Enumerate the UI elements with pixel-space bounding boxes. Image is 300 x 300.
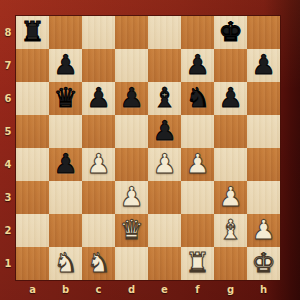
piece-black-queen[interactable]: ♛ [49, 82, 82, 115]
piece-white-king[interactable]: ♚ [247, 247, 280, 280]
square-a8[interactable]: ♜ [16, 16, 49, 49]
piece-white-bishop[interactable]: ♝ [214, 214, 247, 247]
square-f2[interactable] [181, 214, 214, 247]
square-e7[interactable] [148, 49, 181, 82]
square-g6[interactable]: ♟ [214, 82, 247, 115]
square-d3[interactable]: ♟ [115, 181, 148, 214]
square-d7[interactable] [115, 49, 148, 82]
square-b5[interactable] [49, 115, 82, 148]
piece-white-knight[interactable]: ♞ [82, 247, 115, 280]
square-h5[interactable] [247, 115, 280, 148]
square-b1[interactable]: ♞ [49, 247, 82, 280]
rank-label-1: 1 [0, 247, 16, 280]
square-e6[interactable]: ♝ [148, 82, 181, 115]
square-a6[interactable] [16, 82, 49, 115]
square-h1[interactable]: ♚ [247, 247, 280, 280]
square-b8[interactable] [49, 16, 82, 49]
piece-white-pawn[interactable]: ♟ [115, 181, 148, 214]
piece-white-rook[interactable]: ♜ [181, 247, 214, 280]
piece-black-pawn[interactable]: ♟ [49, 148, 82, 181]
square-g5[interactable] [214, 115, 247, 148]
square-b4[interactable]: ♟ [49, 148, 82, 181]
piece-black-bishop[interactable]: ♝ [148, 82, 181, 115]
square-d4[interactable] [115, 148, 148, 181]
file-label-f: f [181, 281, 214, 300]
piece-black-pawn[interactable]: ♟ [247, 49, 280, 82]
square-f3[interactable] [181, 181, 214, 214]
square-g3[interactable]: ♟ [214, 181, 247, 214]
rank-label-6: 6 [0, 82, 16, 115]
piece-white-pawn[interactable]: ♟ [247, 214, 280, 247]
square-f8[interactable] [181, 16, 214, 49]
square-c1[interactable]: ♞ [82, 247, 115, 280]
square-e5[interactable]: ♟ [148, 115, 181, 148]
square-c6[interactable]: ♟ [82, 82, 115, 115]
rank-label-2: 2 [0, 214, 16, 247]
square-b3[interactable] [49, 181, 82, 214]
square-g4[interactable] [214, 148, 247, 181]
file-label-g: g [214, 281, 247, 300]
chessboard-frame: ♜♚♟♟♟♛♟♟♝♞♟♟♟♟♟♟♟♟♛♝♟♞♞♜♚ 87654321 abcde… [0, 0, 300, 300]
piece-black-rook[interactable]: ♜ [16, 16, 49, 49]
piece-white-pawn[interactable]: ♟ [214, 181, 247, 214]
square-h4[interactable] [247, 148, 280, 181]
square-e1[interactable] [148, 247, 181, 280]
square-e4[interactable]: ♟ [148, 148, 181, 181]
square-a5[interactable] [16, 115, 49, 148]
square-c2[interactable] [82, 214, 115, 247]
rank-label-7: 7 [0, 49, 16, 82]
square-h6[interactable] [247, 82, 280, 115]
square-d8[interactable] [115, 16, 148, 49]
square-e3[interactable] [148, 181, 181, 214]
square-g7[interactable] [214, 49, 247, 82]
square-g1[interactable] [214, 247, 247, 280]
file-label-a: a [16, 281, 49, 300]
file-label-h: h [247, 281, 280, 300]
square-f5[interactable] [181, 115, 214, 148]
piece-black-pawn[interactable]: ♟ [82, 82, 115, 115]
square-e8[interactable] [148, 16, 181, 49]
square-h7[interactable]: ♟ [247, 49, 280, 82]
piece-black-king[interactable]: ♚ [214, 16, 247, 49]
file-label-d: d [115, 281, 148, 300]
square-d1[interactable] [115, 247, 148, 280]
piece-white-knight[interactable]: ♞ [49, 247, 82, 280]
square-g8[interactable]: ♚ [214, 16, 247, 49]
square-b7[interactable]: ♟ [49, 49, 82, 82]
piece-white-pawn[interactable]: ♟ [148, 148, 181, 181]
square-h3[interactable] [247, 181, 280, 214]
square-d5[interactable] [115, 115, 148, 148]
square-c3[interactable] [82, 181, 115, 214]
square-f7[interactable]: ♟ [181, 49, 214, 82]
square-b2[interactable] [49, 214, 82, 247]
piece-white-pawn[interactable]: ♟ [181, 148, 214, 181]
square-d6[interactable]: ♟ [115, 82, 148, 115]
piece-black-pawn[interactable]: ♟ [181, 49, 214, 82]
square-c5[interactable] [82, 115, 115, 148]
square-h2[interactable]: ♟ [247, 214, 280, 247]
square-a4[interactable] [16, 148, 49, 181]
square-c4[interactable]: ♟ [82, 148, 115, 181]
square-f4[interactable]: ♟ [181, 148, 214, 181]
rank-label-3: 3 [0, 181, 16, 214]
square-a7[interactable] [16, 49, 49, 82]
file-label-e: e [148, 281, 181, 300]
square-b6[interactable]: ♛ [49, 82, 82, 115]
piece-black-pawn[interactable]: ♟ [214, 82, 247, 115]
piece-black-pawn[interactable]: ♟ [148, 115, 181, 148]
square-f6[interactable]: ♞ [181, 82, 214, 115]
piece-black-pawn[interactable]: ♟ [49, 49, 82, 82]
rank-label-5: 5 [0, 115, 16, 148]
square-f1[interactable]: ♜ [181, 247, 214, 280]
piece-black-pawn[interactable]: ♟ [115, 82, 148, 115]
file-label-c: c [82, 281, 115, 300]
square-c8[interactable] [82, 16, 115, 49]
square-a3[interactable] [16, 181, 49, 214]
piece-white-pawn[interactable]: ♟ [82, 148, 115, 181]
rank-label-4: 4 [0, 148, 16, 181]
square-a1[interactable] [16, 247, 49, 280]
piece-white-queen[interactable]: ♛ [115, 214, 148, 247]
file-label-b: b [49, 281, 82, 300]
chessboard: ♜♚♟♟♟♛♟♟♝♞♟♟♟♟♟♟♟♟♛♝♟♞♞♜♚ [16, 16, 280, 280]
square-g2[interactable]: ♝ [214, 214, 247, 247]
square-c7[interactable] [82, 49, 115, 82]
rank-label-8: 8 [0, 16, 16, 49]
square-a2[interactable] [16, 214, 49, 247]
square-d2[interactable]: ♛ [115, 214, 148, 247]
piece-black-knight[interactable]: ♞ [181, 82, 214, 115]
square-h8[interactable] [247, 16, 280, 49]
square-e2[interactable] [148, 214, 181, 247]
